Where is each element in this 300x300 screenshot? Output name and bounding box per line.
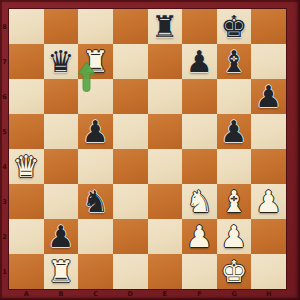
square-a4[interactable]: ♛ <box>9 149 44 184</box>
square-a8[interactable] <box>9 9 44 44</box>
file-label-a: A <box>24 290 29 298</box>
square-f1[interactable] <box>182 254 217 289</box>
rank-label-6: 6 <box>2 93 7 101</box>
piece-white-bishop-g3[interactable]: ♝ <box>221 187 248 217</box>
piece-black-knight-c3[interactable]: ♞ <box>82 187 109 217</box>
square-f3[interactable]: ♞ <box>182 184 217 219</box>
square-c6[interactable] <box>78 79 113 114</box>
square-d7[interactable] <box>113 44 148 79</box>
piece-white-knight-f3[interactable]: ♞ <box>186 187 213 217</box>
square-e5[interactable] <box>148 114 183 149</box>
square-e6[interactable] <box>148 79 183 114</box>
piece-black-pawn-b2[interactable]: ♟ <box>47 222 74 252</box>
square-b1[interactable]: ♜ <box>44 254 79 289</box>
square-h1[interactable] <box>251 254 286 289</box>
square-a7[interactable] <box>9 44 44 79</box>
square-e7[interactable] <box>148 44 183 79</box>
piece-white-rook-c7[interactable]: ♜ <box>82 47 109 77</box>
square-g8[interactable]: ♚ <box>217 9 252 44</box>
piece-white-pawn-f2[interactable]: ♟ <box>186 222 213 252</box>
square-a3[interactable] <box>9 184 44 219</box>
rank-label-5: 5 <box>2 128 7 136</box>
file-label-d: D <box>127 290 132 298</box>
rank-label-2: 2 <box>2 233 7 241</box>
piece-black-pawn-h6[interactable]: ♟ <box>255 82 282 112</box>
rank-label-3: 3 <box>2 198 7 206</box>
square-d6[interactable] <box>113 79 148 114</box>
square-g7[interactable]: ♝ <box>217 44 252 79</box>
square-h8[interactable] <box>251 9 286 44</box>
square-a6[interactable] <box>9 79 44 114</box>
piece-black-king-g8[interactable]: ♚ <box>221 12 248 42</box>
square-c8[interactable] <box>78 9 113 44</box>
square-f2[interactable]: ♟ <box>182 219 217 254</box>
file-label-b: B <box>58 290 63 298</box>
square-c2[interactable] <box>78 219 113 254</box>
square-h3[interactable]: ♟ <box>251 184 286 219</box>
square-g3[interactable]: ♝ <box>217 184 252 219</box>
piece-black-queen-b7[interactable]: ♛ <box>47 47 74 77</box>
file-label-c: C <box>93 290 98 298</box>
file-label-h: H <box>266 290 271 298</box>
piece-white-pawn-h3[interactable]: ♟ <box>255 187 282 217</box>
square-f5[interactable] <box>182 114 217 149</box>
square-g2[interactable]: ♟ <box>217 219 252 254</box>
square-g6[interactable] <box>217 79 252 114</box>
rank-label-4: 4 <box>2 163 7 171</box>
square-h6[interactable]: ♟ <box>251 79 286 114</box>
square-a2[interactable] <box>9 219 44 254</box>
square-a1[interactable] <box>9 254 44 289</box>
square-h2[interactable] <box>251 219 286 254</box>
square-e2[interactable] <box>148 219 183 254</box>
piece-white-queen-a4[interactable]: ♛ <box>13 152 40 182</box>
piece-white-rook-b1[interactable]: ♜ <box>47 257 74 287</box>
piece-black-rook-e8[interactable]: ♜ <box>151 12 178 42</box>
square-b8[interactable] <box>44 9 79 44</box>
square-c1[interactable] <box>78 254 113 289</box>
square-f8[interactable] <box>182 9 217 44</box>
square-c4[interactable] <box>78 149 113 184</box>
board-frame: ♜♚♛♜♟♝♟♟♟♛♞♞♝♟♟♟♟♜♚ 87654321ABCDEFGH <box>0 0 300 300</box>
square-b4[interactable] <box>44 149 79 184</box>
square-h7[interactable] <box>251 44 286 79</box>
square-d5[interactable] <box>113 114 148 149</box>
square-g5[interactable]: ♟ <box>217 114 252 149</box>
file-label-f: F <box>197 290 201 298</box>
file-label-g: G <box>231 290 236 298</box>
rank-label-1: 1 <box>2 268 7 276</box>
square-e8[interactable]: ♜ <box>148 9 183 44</box>
square-f4[interactable] <box>182 149 217 184</box>
rank-label-8: 8 <box>2 23 7 31</box>
square-d4[interactable] <box>113 149 148 184</box>
square-c3[interactable]: ♞ <box>78 184 113 219</box>
square-h5[interactable] <box>251 114 286 149</box>
square-c5[interactable]: ♟ <box>78 114 113 149</box>
square-c7[interactable]: ♜ <box>78 44 113 79</box>
square-g4[interactable] <box>217 149 252 184</box>
square-g1[interactable]: ♚ <box>217 254 252 289</box>
square-d3[interactable] <box>113 184 148 219</box>
square-b5[interactable] <box>44 114 79 149</box>
square-f6[interactable] <box>182 79 217 114</box>
piece-white-pawn-g2[interactable]: ♟ <box>221 222 248 252</box>
piece-black-pawn-g5[interactable]: ♟ <box>221 117 248 147</box>
square-h4[interactable] <box>251 149 286 184</box>
square-b7[interactable]: ♛ <box>44 44 79 79</box>
piece-black-pawn-f7[interactable]: ♟ <box>186 47 213 77</box>
square-e1[interactable] <box>148 254 183 289</box>
square-d1[interactable] <box>113 254 148 289</box>
square-d2[interactable] <box>113 219 148 254</box>
square-a5[interactable] <box>9 114 44 149</box>
piece-white-king-g1[interactable]: ♚ <box>221 257 248 287</box>
rank-label-7: 7 <box>2 58 7 66</box>
square-f7[interactable]: ♟ <box>182 44 217 79</box>
square-b3[interactable] <box>44 184 79 219</box>
chess-board: ♜♚♛♜♟♝♟♟♟♛♞♞♝♟♟♟♟♜♚ <box>9 9 286 289</box>
piece-black-bishop-g7[interactable]: ♝ <box>221 47 248 77</box>
square-e3[interactable] <box>148 184 183 219</box>
square-e4[interactable] <box>148 149 183 184</box>
square-b6[interactable] <box>44 79 79 114</box>
square-b2[interactable]: ♟ <box>44 219 79 254</box>
piece-black-pawn-c5[interactable]: ♟ <box>82 117 109 147</box>
square-d8[interactable] <box>113 9 148 44</box>
file-label-e: E <box>163 290 167 298</box>
